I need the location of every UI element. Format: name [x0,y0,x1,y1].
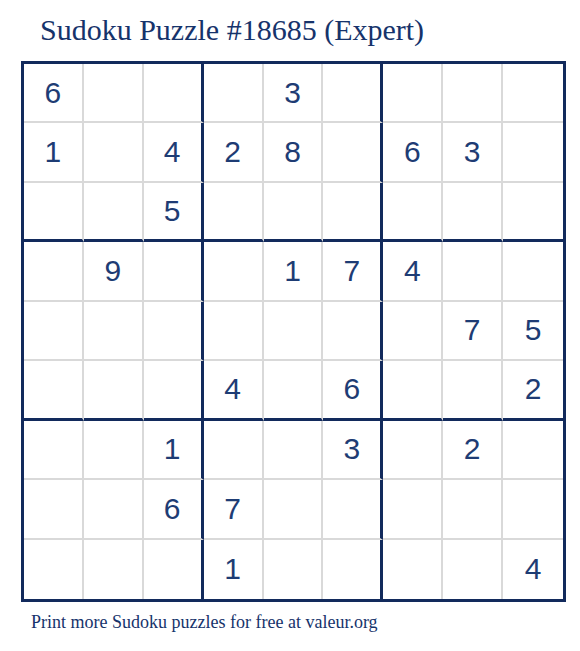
cell-r2c3[interactable]: 4 [144,123,204,182]
cell-r1c5[interactable]: 3 [264,64,324,123]
cell-r8c8[interactable] [443,480,503,539]
cell-r6c3[interactable] [144,361,204,420]
cell-r1c1[interactable]: 6 [24,64,84,123]
cell-r8c4[interactable]: 7 [204,480,264,539]
cell-r6c7[interactable] [383,361,443,420]
cell-r9c8[interactable] [443,540,503,599]
cell-r3c5[interactable] [264,183,324,242]
cell-r3c4[interactable] [204,183,264,242]
cell-r4c9[interactable] [503,242,563,301]
cell-r6c5[interactable] [264,361,324,420]
cell-r8c6[interactable] [323,480,383,539]
cell-r4c1[interactable] [24,242,84,301]
cell-r4c7[interactable]: 4 [383,242,443,301]
cell-r5c6[interactable] [323,302,383,361]
cell-r4c3[interactable] [144,242,204,301]
cell-r6c4[interactable]: 4 [204,361,264,420]
cell-r4c5[interactable]: 1 [264,242,324,301]
cell-r7c6[interactable]: 3 [323,421,383,480]
cell-r5c4[interactable] [204,302,264,361]
cell-r6c2[interactable] [84,361,144,420]
cell-r3c8[interactable] [443,183,503,242]
cell-r9c2[interactable] [84,540,144,599]
cell-r9c1[interactable] [24,540,84,599]
cell-r8c9[interactable] [503,480,563,539]
cell-r5c8[interactable]: 7 [443,302,503,361]
cell-r7c3[interactable]: 1 [144,421,204,480]
cell-r7c7[interactable] [383,421,443,480]
cell-r1c3[interactable] [144,64,204,123]
cell-r4c4[interactable] [204,242,264,301]
cell-r4c8[interactable] [443,242,503,301]
cell-r6c9[interactable]: 2 [503,361,563,420]
cell-r3c6[interactable] [323,183,383,242]
cell-r6c6[interactable]: 6 [323,361,383,420]
cell-r2c6[interactable] [323,123,383,182]
cell-r8c3[interactable]: 6 [144,480,204,539]
cell-r8c2[interactable] [84,480,144,539]
cell-r1c6[interactable] [323,64,383,123]
cell-r7c2[interactable] [84,421,144,480]
cell-r8c1[interactable] [24,480,84,539]
cell-r3c1[interactable] [24,183,84,242]
sudoku-page: Sudoku Puzzle #18685 (Expert) 6314286359… [0,0,580,651]
cell-r1c4[interactable] [204,64,264,123]
cell-r5c7[interactable] [383,302,443,361]
cell-r5c2[interactable] [84,302,144,361]
cell-r2c1[interactable]: 1 [24,123,84,182]
cell-r7c5[interactable] [264,421,324,480]
cell-r2c8[interactable]: 3 [443,123,503,182]
cell-r3c9[interactable] [503,183,563,242]
cell-r9c6[interactable] [323,540,383,599]
cell-r5c5[interactable] [264,302,324,361]
sudoku-board: 6314286359174754621326714 [21,61,566,602]
cell-r9c9[interactable]: 4 [503,540,563,599]
cell-r9c3[interactable] [144,540,204,599]
cell-r2c9[interactable] [503,123,563,182]
cell-r7c9[interactable] [503,421,563,480]
cell-r5c3[interactable] [144,302,204,361]
cell-r7c8[interactable]: 2 [443,421,503,480]
cell-r1c2[interactable] [84,64,144,123]
cell-r2c7[interactable]: 6 [383,123,443,182]
footer-credit: Print more Sudoku puzzles for free at va… [31,612,378,633]
cell-r6c8[interactable] [443,361,503,420]
cell-r2c5[interactable]: 8 [264,123,324,182]
cell-r5c9[interactable]: 5 [503,302,563,361]
cell-r1c7[interactable] [383,64,443,123]
cell-r7c1[interactable] [24,421,84,480]
cell-r8c5[interactable] [264,480,324,539]
cell-r2c2[interactable] [84,123,144,182]
cell-r6c1[interactable] [24,361,84,420]
cell-r5c1[interactable] [24,302,84,361]
cell-r8c7[interactable] [383,480,443,539]
cell-r4c2[interactable]: 9 [84,242,144,301]
cell-r2c4[interactable]: 2 [204,123,264,182]
cell-r9c5[interactable] [264,540,324,599]
cell-r4c6[interactable]: 7 [323,242,383,301]
cell-r1c8[interactable] [443,64,503,123]
cell-r7c4[interactable] [204,421,264,480]
cell-r3c3[interactable]: 5 [144,183,204,242]
cell-r3c7[interactable] [383,183,443,242]
page-title: Sudoku Puzzle #18685 (Expert) [40,13,424,47]
cell-r3c2[interactable] [84,183,144,242]
cell-r9c7[interactable] [383,540,443,599]
cell-r1c9[interactable] [503,64,563,123]
cell-r9c4[interactable]: 1 [204,540,264,599]
